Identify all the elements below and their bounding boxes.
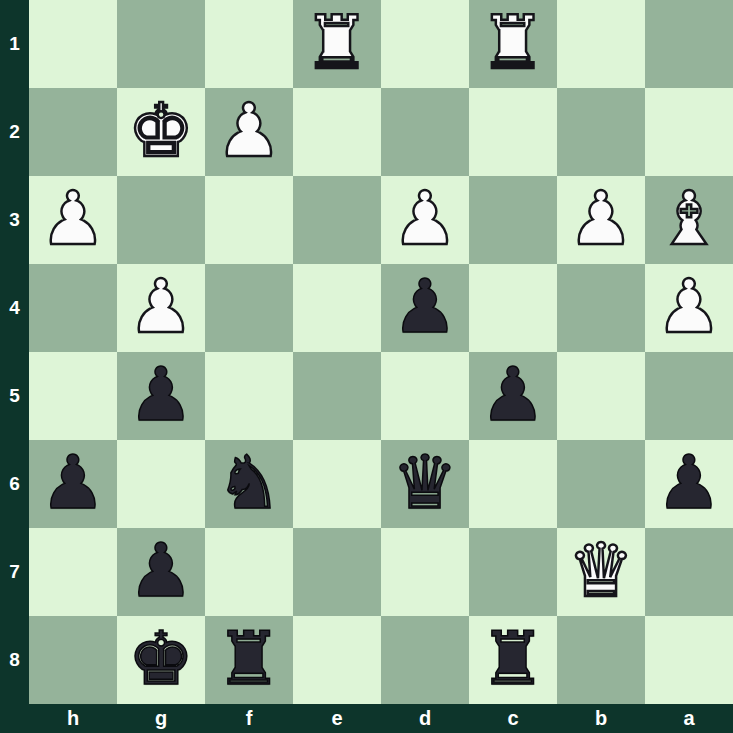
file-label-b: b	[557, 707, 645, 730]
square-h8[interactable]	[29, 616, 117, 704]
square-e4[interactable]	[293, 264, 381, 352]
square-a7[interactable]	[645, 528, 733, 616]
square-c2[interactable]	[469, 88, 557, 176]
rank-label-8: 8	[0, 616, 29, 704]
square-g2[interactable]: ♚	[117, 88, 205, 176]
square-b8[interactable]	[557, 616, 645, 704]
square-f2[interactable]: ♟	[205, 88, 293, 176]
square-e3[interactable]	[293, 176, 381, 264]
file-label-d: d	[381, 707, 469, 730]
piece-white-pawn[interactable]: ♟	[216, 93, 282, 167]
square-c4[interactable]	[469, 264, 557, 352]
piece-black-rook[interactable]: ♜	[480, 621, 546, 695]
square-b1[interactable]	[557, 0, 645, 88]
square-f7[interactable]	[205, 528, 293, 616]
square-h1[interactable]	[29, 0, 117, 88]
square-c7[interactable]	[469, 528, 557, 616]
file-label-h: h	[29, 707, 117, 730]
square-e2[interactable]	[293, 88, 381, 176]
square-a8[interactable]	[645, 616, 733, 704]
square-h7[interactable]	[29, 528, 117, 616]
square-f8[interactable]: ♜	[205, 616, 293, 704]
piece-black-knight[interactable]: ♞	[216, 445, 282, 519]
square-c1[interactable]: ♜	[469, 0, 557, 88]
square-g7[interactable]: ♟	[117, 528, 205, 616]
square-e7[interactable]	[293, 528, 381, 616]
chess-board: ♜♜♚♟♟♟♟♝♟♟♟♟♟♟♞♛♟♟♛♚♜♜	[29, 0, 733, 704]
square-g6[interactable]	[117, 440, 205, 528]
square-b4[interactable]	[557, 264, 645, 352]
square-f3[interactable]	[205, 176, 293, 264]
square-f5[interactable]	[205, 352, 293, 440]
file-label-g: g	[117, 707, 205, 730]
square-a1[interactable]	[645, 0, 733, 88]
piece-white-pawn[interactable]: ♟	[568, 181, 634, 255]
piece-white-pawn[interactable]: ♟	[128, 269, 194, 343]
piece-black-pawn[interactable]: ♟	[392, 269, 458, 343]
piece-white-pawn[interactable]: ♟	[656, 269, 722, 343]
square-f6[interactable]: ♞	[205, 440, 293, 528]
square-g4[interactable]: ♟	[117, 264, 205, 352]
square-e1[interactable]: ♜	[293, 0, 381, 88]
file-labels-gutter: hgfedcba	[29, 704, 733, 733]
square-g5[interactable]: ♟	[117, 352, 205, 440]
rank-label-2: 2	[0, 88, 29, 176]
piece-white-king[interactable]: ♚	[128, 93, 194, 167]
square-f1[interactable]	[205, 0, 293, 88]
square-c3[interactable]	[469, 176, 557, 264]
piece-black-pawn[interactable]: ♟	[40, 445, 106, 519]
piece-black-queen[interactable]: ♛	[392, 445, 458, 519]
square-c6[interactable]	[469, 440, 557, 528]
piece-white-pawn[interactable]: ♟	[392, 181, 458, 255]
piece-black-pawn[interactable]: ♟	[128, 357, 194, 431]
square-b5[interactable]	[557, 352, 645, 440]
piece-white-rook[interactable]: ♜	[304, 5, 370, 79]
rank-label-1: 1	[0, 0, 29, 88]
file-label-a: a	[645, 707, 733, 730]
square-c8[interactable]: ♜	[469, 616, 557, 704]
square-a6[interactable]: ♟	[645, 440, 733, 528]
square-h4[interactable]	[29, 264, 117, 352]
piece-white-rook[interactable]: ♜	[480, 5, 546, 79]
square-b3[interactable]: ♟	[557, 176, 645, 264]
square-h5[interactable]	[29, 352, 117, 440]
piece-black-pawn[interactable]: ♟	[128, 533, 194, 607]
square-g1[interactable]	[117, 0, 205, 88]
piece-black-rook[interactable]: ♜	[216, 621, 282, 695]
rank-label-4: 4	[0, 264, 29, 352]
square-a5[interactable]	[645, 352, 733, 440]
square-b2[interactable]	[557, 88, 645, 176]
rank-label-5: 5	[0, 352, 29, 440]
square-e6[interactable]	[293, 440, 381, 528]
piece-white-queen[interactable]: ♛	[568, 533, 634, 607]
file-label-c: c	[469, 707, 557, 730]
square-a4[interactable]: ♟	[645, 264, 733, 352]
piece-black-pawn[interactable]: ♟	[480, 357, 546, 431]
piece-white-bishop[interactable]: ♝	[656, 181, 722, 255]
square-b7[interactable]: ♛	[557, 528, 645, 616]
square-e8[interactable]	[293, 616, 381, 704]
rank-label-7: 7	[0, 528, 29, 616]
piece-black-pawn[interactable]: ♟	[656, 445, 722, 519]
square-d7[interactable]	[381, 528, 469, 616]
square-h6[interactable]: ♟	[29, 440, 117, 528]
square-g8[interactable]: ♚	[117, 616, 205, 704]
piece-black-king[interactable]: ♚	[128, 621, 194, 695]
square-e5[interactable]	[293, 352, 381, 440]
square-d8[interactable]	[381, 616, 469, 704]
rank-labels-gutter: 12345678	[0, 0, 29, 704]
square-d6[interactable]: ♛	[381, 440, 469, 528]
square-a2[interactable]	[645, 88, 733, 176]
square-h3[interactable]: ♟	[29, 176, 117, 264]
square-d4[interactable]: ♟	[381, 264, 469, 352]
rank-label-6: 6	[0, 440, 29, 528]
square-g3[interactable]	[117, 176, 205, 264]
square-f4[interactable]	[205, 264, 293, 352]
square-b6[interactable]	[557, 440, 645, 528]
piece-white-pawn[interactable]: ♟	[40, 181, 106, 255]
square-h2[interactable]	[29, 88, 117, 176]
square-d3[interactable]: ♟	[381, 176, 469, 264]
rank-label-3: 3	[0, 176, 29, 264]
chess-board-widget: 12345678 ♜♜♚♟♟♟♟♝♟♟♟♟♟♟♞♛♟♟♛♚♜♜ hgfedcba	[0, 0, 733, 733]
file-label-f: f	[205, 707, 293, 730]
square-a3[interactable]: ♝	[645, 176, 733, 264]
square-d1[interactable]	[381, 0, 469, 88]
file-label-e: e	[293, 707, 381, 730]
square-d2[interactable]	[381, 88, 469, 176]
square-c5[interactable]: ♟	[469, 352, 557, 440]
square-d5[interactable]	[381, 352, 469, 440]
